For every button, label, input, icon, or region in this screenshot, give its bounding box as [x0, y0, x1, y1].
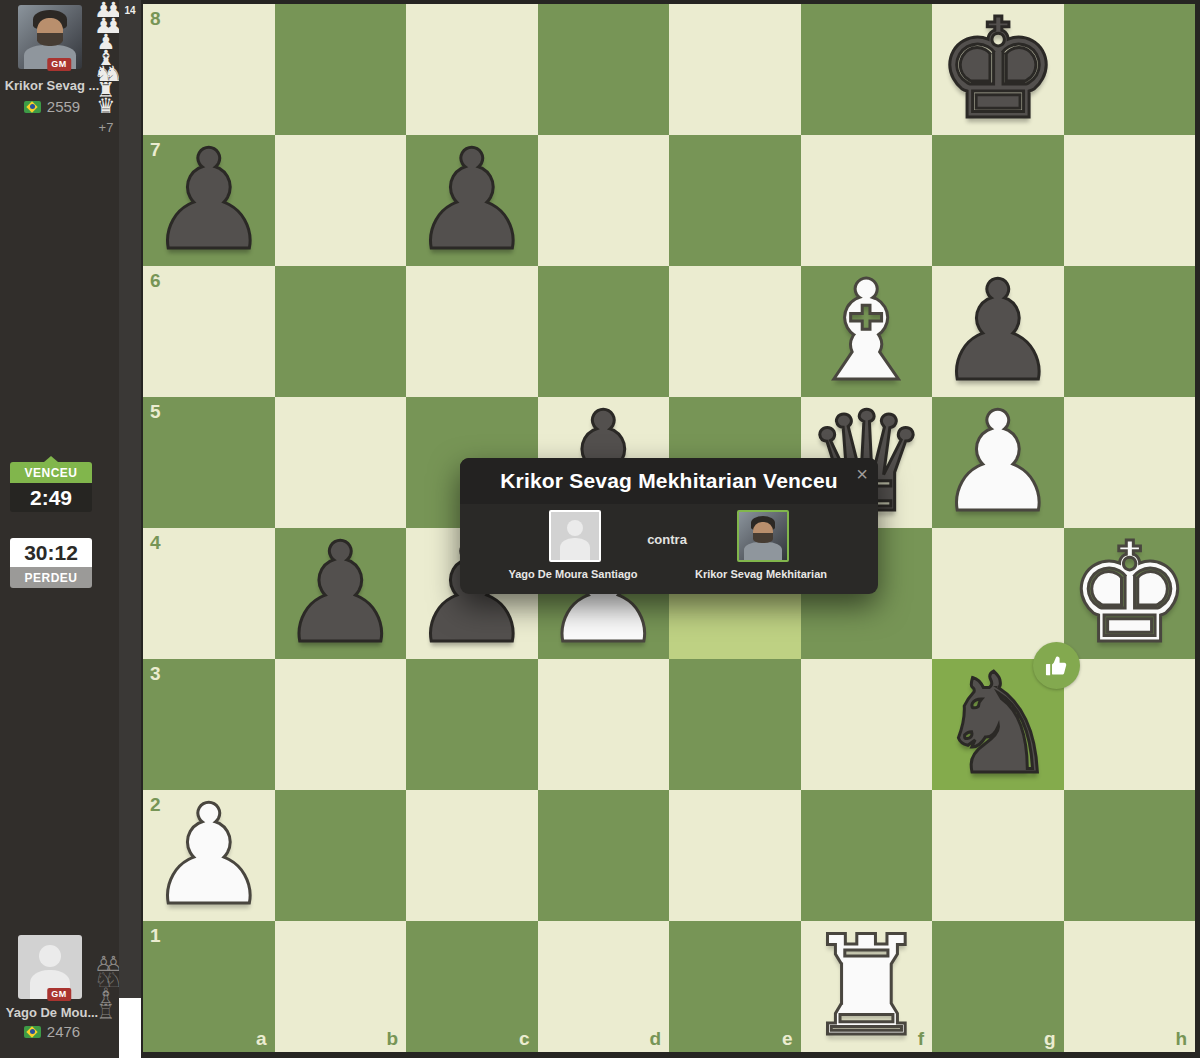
file-label-f: f [918, 1028, 924, 1050]
file-label-b: b [386, 1028, 398, 1050]
piece-wk-h4[interactable]: ♚ [1067, 528, 1191, 659]
square-g2[interactable] [932, 790, 1064, 921]
square-g4[interactable] [932, 528, 1064, 659]
vs-label: contra [617, 532, 717, 547]
modal-avatar-winner[interactable] [737, 510, 789, 562]
square-a1[interactable]: 1a [143, 921, 275, 1052]
modal-player-name-loser[interactable]: Yago De Moura Santiago [493, 568, 653, 580]
modal-player-name-winner[interactable]: Krikor Sevag Mekhitarian [681, 568, 841, 580]
square-a6[interactable]: 6 [143, 266, 275, 397]
square-h5[interactable] [1064, 397, 1196, 528]
square-b3[interactable] [275, 659, 407, 790]
piece-bp-a7[interactable]: ♟ [147, 135, 271, 266]
square-b7[interactable] [275, 135, 407, 266]
piece-wp-a2[interactable]: ♟ [147, 790, 271, 921]
square-f1[interactable]: f♜ [801, 921, 933, 1052]
square-b1[interactable]: b [275, 921, 407, 1052]
modal-header: Krikor Sevag Mekhitarian Venceu × [460, 458, 878, 504]
modal-avatar-loser[interactable] [549, 510, 601, 562]
square-h7[interactable] [1064, 135, 1196, 266]
piece-wr-f1[interactable]: ♜ [804, 921, 928, 1052]
square-c8[interactable] [406, 4, 538, 135]
square-b4[interactable]: ♟ [275, 528, 407, 659]
captured-pieces-row: ♛ [97, 98, 116, 114]
captured-pieces-top: ♟♟♟♟♟♝♞♞♜♛+7 [93, 2, 119, 135]
modal-title: Krikor Sevag Mekhitarian Venceu [500, 469, 838, 493]
file-label-h: h [1175, 1028, 1187, 1050]
gm-title-badge: GM [47, 58, 71, 71]
square-d8[interactable] [538, 4, 670, 135]
square-g7[interactable] [932, 135, 1064, 266]
square-c7[interactable]: ♟ [406, 135, 538, 266]
square-e1[interactable]: e [669, 921, 801, 1052]
player-name-bottom[interactable]: Yago De Mou... [0, 1005, 104, 1020]
clock-bottom-player: 30:12 [10, 538, 92, 567]
rank-label-7: 7 [150, 139, 161, 161]
game-over-modal: Krikor Sevag Mekhitarian Venceu × contra… [460, 458, 878, 594]
square-a7[interactable]: 7♟ [143, 135, 275, 266]
player-name-top[interactable]: Krikor Sevag ... [0, 78, 104, 93]
square-d1[interactable]: d [538, 921, 670, 1052]
winner-photo [739, 512, 787, 560]
badge-notch [44, 456, 58, 462]
square-f6[interactable]: ♝ [801, 266, 933, 397]
result-badge-loser: PERDEU [10, 567, 92, 588]
square-e6[interactable] [669, 266, 801, 397]
thumbs-up-icon [1044, 653, 1070, 679]
file-label-d: d [649, 1028, 661, 1050]
piece-bp-g6[interactable]: ♟ [936, 266, 1060, 397]
file-label-e: e [782, 1028, 793, 1050]
square-h4[interactable]: ♚ [1064, 528, 1196, 659]
square-a8[interactable]: 8 [143, 4, 275, 135]
square-e7[interactable] [669, 135, 801, 266]
rank-label-5: 5 [150, 401, 161, 423]
square-c1[interactable]: c [406, 921, 538, 1052]
gm-title-badge: GM [47, 988, 71, 1001]
player-rating-bottom: 2476 [47, 1023, 80, 1040]
evaluation-bar: 14 [119, 0, 141, 1058]
evaluation-value: 14 [119, 5, 141, 16]
square-h1[interactable]: h [1064, 921, 1196, 1052]
square-b8[interactable] [275, 4, 407, 135]
square-e2[interactable] [669, 790, 801, 921]
square-a4[interactable]: 4 [143, 528, 275, 659]
rank-label-8: 8 [150, 8, 161, 30]
piece-wp-g5[interactable]: ♟ [936, 397, 1060, 528]
piece-bk-g8[interactable]: ♚ [936, 4, 1060, 135]
rank-label-3: 3 [150, 663, 161, 685]
captured-pieces-bottom: ♙♙♘♘♗♖ [93, 956, 119, 1020]
square-g5[interactable]: ♟ [932, 397, 1064, 528]
square-e3[interactable] [669, 659, 801, 790]
thumbs-up-reaction[interactable] [1033, 642, 1080, 689]
square-f2[interactable] [801, 790, 933, 921]
captured-pieces-row: ♖ [97, 1004, 116, 1020]
square-h8[interactable] [1064, 4, 1196, 135]
square-d2[interactable] [538, 790, 670, 921]
rank-label-2: 2 [150, 794, 161, 816]
square-b6[interactable] [275, 266, 407, 397]
square-g6[interactable]: ♟ [932, 266, 1064, 397]
square-c2[interactable] [406, 790, 538, 921]
material-advantage: +7 [99, 120, 114, 135]
square-b2[interactable] [275, 790, 407, 921]
file-label-g: g [1044, 1028, 1056, 1050]
square-c3[interactable] [406, 659, 538, 790]
file-label-a: a [256, 1028, 267, 1050]
square-d3[interactable] [538, 659, 670, 790]
square-c6[interactable] [406, 266, 538, 397]
square-g8[interactable]: ♚ [932, 4, 1064, 135]
file-label-c: c [519, 1028, 530, 1050]
rank-label-6: 6 [150, 270, 161, 292]
player-rating-top: 2559 [47, 98, 80, 115]
clock-top-player: 2:49 [10, 483, 92, 512]
square-f3[interactable] [801, 659, 933, 790]
modal-body: contra Yago De Moura Santiago Krikor Sev… [460, 504, 878, 594]
square-e8[interactable] [669, 4, 801, 135]
square-h6[interactable] [1064, 266, 1196, 397]
brazil-flag-icon [24, 1026, 41, 1038]
rank-label-1: 1 [150, 925, 161, 947]
brazil-flag-icon [24, 101, 41, 113]
square-a3[interactable]: 3 [143, 659, 275, 790]
square-h2[interactable] [1064, 790, 1196, 921]
square-d6[interactable] [538, 266, 670, 397]
square-h3[interactable] [1064, 659, 1196, 790]
avatar-placeholder [551, 512, 599, 560]
piece-bp-b4[interactable]: ♟ [278, 528, 402, 659]
rank-label-4: 4 [150, 532, 161, 554]
evaluation-bar-white-section [119, 998, 141, 1058]
square-d7[interactable] [538, 135, 670, 266]
sidebar: GM Krikor Sevag ... 2559 ♟♟♟♟♟♝♞♞♜♛+7 VE… [0, 0, 118, 1058]
square-g1[interactable]: g [932, 921, 1064, 1052]
square-f8[interactable] [801, 4, 933, 135]
result-badge-winner: VENCEU [10, 462, 92, 483]
piece-bp-c7[interactable]: ♟ [410, 135, 534, 266]
close-icon[interactable]: × [856, 464, 868, 484]
piece-wb-f6[interactable]: ♝ [804, 266, 928, 397]
square-a2[interactable]: 2♟ [143, 790, 275, 921]
square-a5[interactable]: 5 [143, 397, 275, 528]
square-b5[interactable] [275, 397, 407, 528]
square-f7[interactable] [801, 135, 933, 266]
